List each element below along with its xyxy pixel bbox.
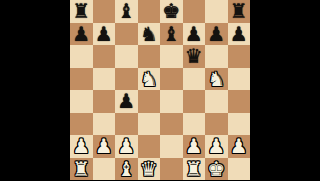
black-pawn: ♟ bbox=[207, 24, 225, 44]
square-h4[interactable] bbox=[228, 90, 251, 113]
square-f8[interactable] bbox=[183, 0, 206, 23]
square-c3[interactable] bbox=[115, 113, 138, 136]
square-b3[interactable] bbox=[93, 113, 116, 136]
square-b1[interactable] bbox=[93, 158, 116, 181]
square-f4[interactable] bbox=[183, 90, 206, 113]
black-knight: ♞ bbox=[140, 24, 158, 44]
black-pawn: ♟ bbox=[185, 24, 203, 44]
square-f6[interactable]: ♛ bbox=[183, 45, 206, 68]
square-c1[interactable]: ♝ bbox=[115, 158, 138, 181]
square-c2[interactable]: ♟ bbox=[115, 135, 138, 158]
square-g3[interactable] bbox=[205, 113, 228, 136]
square-f5[interactable] bbox=[183, 68, 206, 91]
square-b6[interactable] bbox=[93, 45, 116, 68]
white-rook: ♜ bbox=[72, 159, 90, 179]
square-f3[interactable] bbox=[183, 113, 206, 136]
white-knight: ♞ bbox=[140, 69, 158, 89]
square-b8[interactable] bbox=[93, 0, 116, 23]
white-pawn: ♟ bbox=[95, 136, 113, 156]
white-knight: ♞ bbox=[207, 69, 225, 89]
square-b5[interactable] bbox=[93, 68, 116, 91]
black-rook: ♜ bbox=[72, 1, 90, 21]
square-h8[interactable]: ♜ bbox=[228, 0, 251, 23]
square-b2[interactable]: ♟ bbox=[93, 135, 116, 158]
square-e5[interactable] bbox=[160, 68, 183, 91]
square-e4[interactable] bbox=[160, 90, 183, 113]
square-g1[interactable]: ♚ bbox=[205, 158, 228, 181]
black-pawn: ♟ bbox=[117, 91, 135, 111]
square-h7[interactable]: ♟ bbox=[228, 23, 251, 46]
white-bishop: ♝ bbox=[117, 159, 135, 179]
black-pawn: ♟ bbox=[72, 24, 90, 44]
white-pawn: ♟ bbox=[117, 136, 135, 156]
square-a2[interactable]: ♟ bbox=[70, 135, 93, 158]
square-c5[interactable] bbox=[115, 68, 138, 91]
square-d6[interactable] bbox=[138, 45, 161, 68]
square-g2[interactable]: ♟ bbox=[205, 135, 228, 158]
square-a5[interactable] bbox=[70, 68, 93, 91]
white-queen: ♛ bbox=[140, 159, 158, 179]
letterbox-right-bar bbox=[250, 0, 320, 180]
square-f1[interactable]: ♜ bbox=[183, 158, 206, 181]
square-d7[interactable]: ♞ bbox=[138, 23, 161, 46]
square-a8[interactable]: ♜ bbox=[70, 0, 93, 23]
black-rook: ♜ bbox=[230, 1, 248, 21]
square-e7[interactable]: ♝ bbox=[160, 23, 183, 46]
square-d8[interactable] bbox=[138, 0, 161, 23]
white-pawn: ♟ bbox=[230, 136, 248, 156]
square-d2[interactable] bbox=[138, 135, 161, 158]
square-g8[interactable] bbox=[205, 0, 228, 23]
white-king: ♚ bbox=[207, 159, 225, 179]
letterbox-left-bar bbox=[0, 0, 70, 180]
square-c8[interactable]: ♝ bbox=[115, 0, 138, 23]
square-f7[interactable]: ♟ bbox=[183, 23, 206, 46]
video-frame: ♜♝♚♜♟♟♞♝♟♟♟♛♞♞♟♟♟♟♟♟♟♜♝♛♜♚ bbox=[0, 0, 320, 180]
square-c4[interactable]: ♟ bbox=[115, 90, 138, 113]
square-d4[interactable] bbox=[138, 90, 161, 113]
black-queen: ♛ bbox=[185, 46, 203, 66]
chess-board: ♜♝♚♜♟♟♞♝♟♟♟♛♞♞♟♟♟♟♟♟♟♜♝♛♜♚ bbox=[70, 0, 250, 180]
square-e1[interactable] bbox=[160, 158, 183, 181]
square-e8[interactable]: ♚ bbox=[160, 0, 183, 23]
square-a4[interactable] bbox=[70, 90, 93, 113]
white-pawn: ♟ bbox=[185, 136, 203, 156]
black-bishop: ♝ bbox=[162, 24, 180, 44]
white-pawn: ♟ bbox=[207, 136, 225, 156]
square-h6[interactable] bbox=[228, 45, 251, 68]
black-pawn: ♟ bbox=[230, 24, 248, 44]
square-g7[interactable]: ♟ bbox=[205, 23, 228, 46]
square-c6[interactable] bbox=[115, 45, 138, 68]
square-a3[interactable] bbox=[70, 113, 93, 136]
square-g4[interactable] bbox=[205, 90, 228, 113]
square-g5[interactable]: ♞ bbox=[205, 68, 228, 91]
square-b7[interactable]: ♟ bbox=[93, 23, 116, 46]
square-h5[interactable] bbox=[228, 68, 251, 91]
square-h3[interactable] bbox=[228, 113, 251, 136]
square-e3[interactable] bbox=[160, 113, 183, 136]
square-f2[interactable]: ♟ bbox=[183, 135, 206, 158]
black-king: ♚ bbox=[162, 1, 180, 21]
black-pawn: ♟ bbox=[95, 24, 113, 44]
square-e2[interactable] bbox=[160, 135, 183, 158]
square-c7[interactable] bbox=[115, 23, 138, 46]
square-e6[interactable] bbox=[160, 45, 183, 68]
square-a1[interactable]: ♜ bbox=[70, 158, 93, 181]
square-a7[interactable]: ♟ bbox=[70, 23, 93, 46]
square-b4[interactable] bbox=[93, 90, 116, 113]
square-d5[interactable]: ♞ bbox=[138, 68, 161, 91]
white-pawn: ♟ bbox=[72, 136, 90, 156]
square-a6[interactable] bbox=[70, 45, 93, 68]
black-bishop: ♝ bbox=[117, 1, 135, 21]
square-d1[interactable]: ♛ bbox=[138, 158, 161, 181]
square-h2[interactable]: ♟ bbox=[228, 135, 251, 158]
square-g6[interactable] bbox=[205, 45, 228, 68]
square-h1[interactable] bbox=[228, 158, 251, 181]
square-d3[interactable] bbox=[138, 113, 161, 136]
white-rook: ♜ bbox=[185, 159, 203, 179]
